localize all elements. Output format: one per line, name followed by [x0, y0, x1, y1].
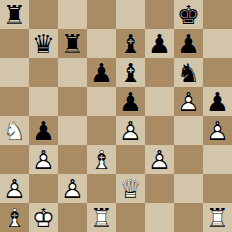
square-e6[interactable]: ♝: [116, 58, 145, 87]
square-h2[interactable]: [203, 174, 232, 203]
square-e4[interactable]: ♟♙: [116, 116, 145, 145]
square-g3[interactable]: [174, 145, 203, 174]
square-h7[interactable]: [203, 29, 232, 58]
square-b5[interactable]: [29, 87, 58, 116]
square-c6[interactable]: [58, 58, 87, 87]
square-c4[interactable]: [58, 116, 87, 145]
square-d3[interactable]: ♝♗: [87, 145, 116, 174]
square-g5[interactable]: ♟♙: [174, 87, 203, 116]
square-f7[interactable]: ♟: [145, 29, 174, 58]
square-a7[interactable]: [0, 29, 29, 58]
square-e5[interactable]: ♟: [116, 87, 145, 116]
square-c1[interactable]: [58, 203, 87, 232]
square-g2[interactable]: [174, 174, 203, 203]
square-c2[interactable]: ♟♙: [58, 174, 87, 203]
square-b8[interactable]: [29, 0, 58, 29]
square-d1[interactable]: ♜♖: [87, 203, 116, 232]
square-h1[interactable]: ♜♖: [203, 203, 232, 232]
square-a2[interactable]: ♟♙: [0, 174, 29, 203]
square-g7[interactable]: ♟: [174, 29, 203, 58]
black-pawn-glyph: ♟: [145, 29, 174, 58]
black-knight-glyph: ♞: [174, 58, 203, 87]
square-d7[interactable]: [87, 29, 116, 58]
white-pawn[interactable]: ♟♙: [58, 174, 87, 203]
square-b7[interactable]: ♛: [29, 29, 58, 58]
square-g8[interactable]: ♚: [174, 0, 203, 29]
white-king-outline: ♔: [29, 203, 58, 232]
square-d6[interactable]: ♟: [87, 58, 116, 87]
black-rook-glyph: ♜: [0, 0, 29, 29]
black-pawn-glyph: ♟: [116, 87, 145, 116]
black-knight[interactable]: ♞: [174, 58, 203, 87]
square-c3[interactable]: [58, 145, 87, 174]
square-a6[interactable]: [0, 58, 29, 87]
square-c7[interactable]: ♜: [58, 29, 87, 58]
black-bishop-glyph: ♝: [116, 58, 145, 87]
square-e7[interactable]: ♝: [116, 29, 145, 58]
white-queen-outline: ♕: [116, 174, 145, 203]
square-f3[interactable]: ♟♙: [145, 145, 174, 174]
white-pawn-outline: ♙: [174, 87, 203, 116]
black-rook[interactable]: ♜: [0, 0, 29, 29]
white-bishop-outline: ♗: [87, 145, 116, 174]
white-rook[interactable]: ♜♖: [203, 203, 232, 232]
square-a1[interactable]: ♝♗: [0, 203, 29, 232]
white-pawn[interactable]: ♟♙: [116, 116, 145, 145]
white-bishop[interactable]: ♝♗: [87, 145, 116, 174]
square-d8[interactable]: [87, 0, 116, 29]
white-rook-outline: ♖: [87, 203, 116, 232]
black-pawn[interactable]: ♟: [145, 29, 174, 58]
white-pawn-outline: ♙: [116, 116, 145, 145]
white-queen[interactable]: ♛♕: [116, 174, 145, 203]
square-c5[interactable]: [58, 87, 87, 116]
white-bishop[interactable]: ♝♗: [0, 203, 29, 232]
black-pawn-glyph: ♟: [203, 87, 232, 116]
black-pawn-glyph: ♟: [29, 116, 58, 145]
square-f8[interactable]: [145, 0, 174, 29]
white-pawn[interactable]: ♟♙: [0, 174, 29, 203]
black-bishop[interactable]: ♝: [116, 58, 145, 87]
black-pawn-glyph: ♟: [174, 29, 203, 58]
white-knight-outline: ♘: [0, 116, 29, 145]
white-pawn-outline: ♙: [58, 174, 87, 203]
white-bishop-outline: ♗: [0, 203, 29, 232]
black-pawn-glyph: ♟: [87, 58, 116, 87]
black-pawn[interactable]: ♟: [29, 116, 58, 145]
square-b3[interactable]: ♟♙: [29, 145, 58, 174]
black-rook[interactable]: ♜: [58, 29, 87, 58]
square-a3[interactable]: [0, 145, 29, 174]
square-a5[interactable]: [0, 87, 29, 116]
square-d2[interactable]: [87, 174, 116, 203]
white-pawn-outline: ♙: [0, 174, 29, 203]
black-pawn[interactable]: ♟: [203, 87, 232, 116]
white-king[interactable]: ♚♔: [29, 203, 58, 232]
white-rook[interactable]: ♜♖: [87, 203, 116, 232]
square-f1[interactable]: [145, 203, 174, 232]
white-rook-outline: ♖: [203, 203, 232, 232]
black-rook-glyph: ♜: [58, 29, 87, 58]
square-h8[interactable]: [203, 0, 232, 29]
square-h5[interactable]: ♟: [203, 87, 232, 116]
white-pawn-outline: ♙: [203, 116, 232, 145]
square-e1[interactable]: [116, 203, 145, 232]
square-h3[interactable]: [203, 145, 232, 174]
chess-board: ♜♚♛♜♝♟♟♟♝♞♟♟♙♟♞♘♟♟♙♟♙♟♙♝♗♟♙♟♙♟♙♛♕♝♗♚♔♜♖♜…: [0, 0, 232, 232]
white-pawn-outline: ♙: [145, 145, 174, 174]
black-king[interactable]: ♚: [174, 0, 203, 29]
square-g1[interactable]: [174, 203, 203, 232]
square-f6[interactable]: [145, 58, 174, 87]
square-a8[interactable]: ♜: [0, 0, 29, 29]
black-pawn[interactable]: ♟: [174, 29, 203, 58]
square-h4[interactable]: ♟♙: [203, 116, 232, 145]
black-pawn[interactable]: ♟: [116, 87, 145, 116]
black-queen[interactable]: ♛: [29, 29, 58, 58]
square-b6[interactable]: [29, 58, 58, 87]
square-g4[interactable]: [174, 116, 203, 145]
square-b2[interactable]: [29, 174, 58, 203]
square-f2[interactable]: [145, 174, 174, 203]
square-d4[interactable]: [87, 116, 116, 145]
white-pawn[interactable]: ♟♙: [29, 145, 58, 174]
black-queen-glyph: ♛: [29, 29, 58, 58]
white-pawn[interactable]: ♟♙: [174, 87, 203, 116]
square-c8[interactable]: [58, 0, 87, 29]
black-pawn[interactable]: ♟: [87, 58, 116, 87]
black-bishop[interactable]: ♝: [116, 29, 145, 58]
black-bishop-glyph: ♝: [116, 29, 145, 58]
square-f4[interactable]: [145, 116, 174, 145]
square-d5[interactable]: [87, 87, 116, 116]
white-pawn[interactable]: ♟♙: [145, 145, 174, 174]
square-e8[interactable]: [116, 0, 145, 29]
square-a4[interactable]: ♞♘: [0, 116, 29, 145]
square-f5[interactable]: [145, 87, 174, 116]
square-h6[interactable]: [203, 58, 232, 87]
white-pawn[interactable]: ♟♙: [203, 116, 232, 145]
square-b1[interactable]: ♚♔: [29, 203, 58, 232]
square-b4[interactable]: ♟: [29, 116, 58, 145]
white-pawn-outline: ♙: [29, 145, 58, 174]
square-e3[interactable]: [116, 145, 145, 174]
square-e2[interactable]: ♛♕: [116, 174, 145, 203]
black-king-glyph: ♚: [174, 0, 203, 29]
square-g6[interactable]: ♞: [174, 58, 203, 87]
white-knight[interactable]: ♞♘: [0, 116, 29, 145]
